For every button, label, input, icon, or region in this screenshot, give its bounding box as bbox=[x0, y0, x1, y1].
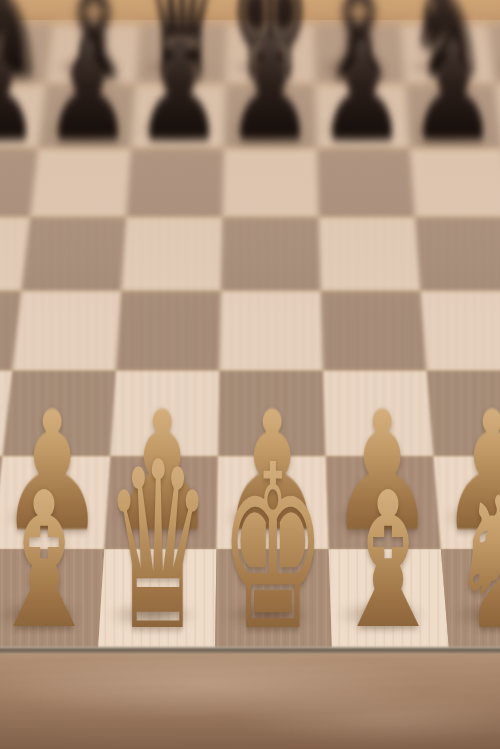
piece-white-knight-g1[interactable]: ♞ bbox=[448, 473, 500, 655]
piece-white-queen-d1[interactable]: ♛ bbox=[105, 432, 213, 663]
piece-black-pawn-d7[interactable]: ♟ bbox=[135, 23, 224, 160]
piece-white-bishop-c1[interactable]: ♝ bbox=[0, 468, 103, 656]
piece-white-king-e1[interactable]: ♚ bbox=[220, 435, 326, 662]
piece-black-pawn-c7[interactable]: ♟ bbox=[43, 23, 132, 160]
piece-black-pawn-g7[interactable]: ♟ bbox=[409, 23, 498, 160]
piece-black-pawn-f7[interactable]: ♟ bbox=[317, 23, 406, 160]
pieces-layer: ♜♞♝♛♚♝♞♜♟♟♟♟♟♟♟♟♟♟♟♟♟♟♟♟♜♞♝♛♚♝♞♜ bbox=[0, 0, 500, 749]
piece-black-pawn-e7[interactable]: ♟ bbox=[226, 23, 315, 160]
piece-black-pawn-b7[interactable]: ♟ bbox=[0, 23, 41, 160]
piece-white-bishop-f1[interactable]: ♝ bbox=[329, 468, 447, 656]
chess-photo-scene: ♜♞♝♛♚♝♞♜♟♟♟♟♟♟♟♟♟♟♟♟♟♟♟♟♜♞♝♛♚♝♞♜ bbox=[0, 0, 500, 749]
